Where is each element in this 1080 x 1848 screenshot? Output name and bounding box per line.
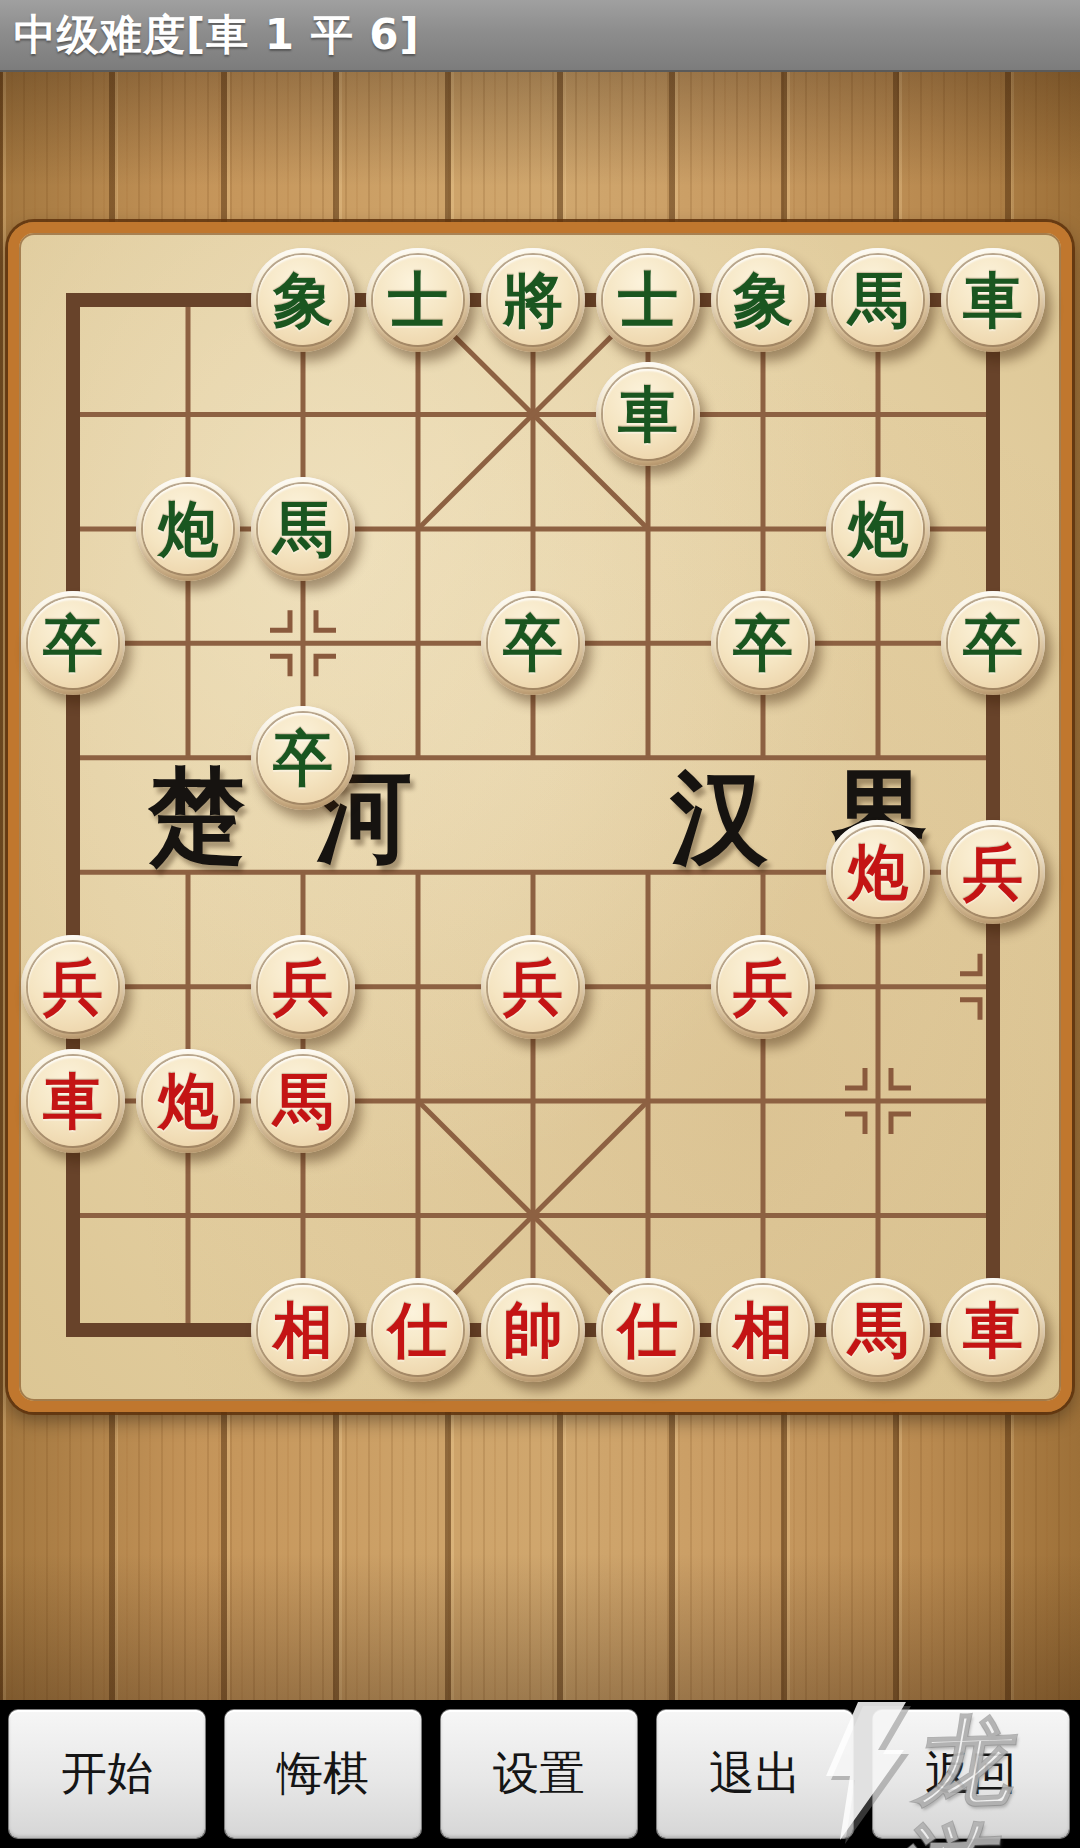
piece-red-馬[interactable]: 馬 bbox=[826, 1278, 930, 1382]
exit-button[interactable]: 退出 bbox=[657, 1710, 853, 1838]
piece-red-仕[interactable]: 仕 bbox=[596, 1278, 700, 1382]
piece-glyph: 馬 bbox=[848, 270, 908, 330]
piece-red-炮[interactable]: 炮 bbox=[826, 820, 930, 924]
piece-glyph: 象 bbox=[273, 270, 333, 330]
app-screen: 中级难度[車 1 平 6] bbox=[0, 0, 1080, 1848]
piece-black-象[interactable]: 象 bbox=[251, 248, 355, 352]
settings-button[interactable]: 设置 bbox=[441, 1710, 637, 1838]
piece-red-兵[interactable]: 兵 bbox=[711, 935, 815, 1039]
piece-red-車[interactable]: 車 bbox=[21, 1049, 125, 1153]
piece-glyph: 仕 bbox=[388, 1300, 448, 1360]
piece-glyph: 仕 bbox=[618, 1300, 678, 1360]
piece-glyph: 卒 bbox=[273, 728, 333, 788]
piece-glyph: 車 bbox=[43, 1071, 103, 1131]
piece-glyph: 卒 bbox=[733, 613, 793, 673]
piece-glyph: 士 bbox=[618, 270, 678, 330]
piece-black-馬[interactable]: 馬 bbox=[251, 477, 355, 581]
piece-glyph: 炮 bbox=[158, 1071, 218, 1131]
piece-glyph: 兵 bbox=[503, 957, 563, 1017]
piece-glyph: 相 bbox=[273, 1300, 333, 1360]
piece-black-卒[interactable]: 卒 bbox=[251, 706, 355, 810]
piece-black-炮[interactable]: 炮 bbox=[826, 477, 930, 581]
piece-glyph: 相 bbox=[733, 1300, 793, 1360]
piece-glyph: 將 bbox=[503, 270, 563, 330]
piece-red-炮[interactable]: 炮 bbox=[136, 1049, 240, 1153]
bottom-button-bar: 开始 悔棋 设置 退出 返回 bbox=[0, 1700, 1080, 1848]
piece-red-兵[interactable]: 兵 bbox=[21, 935, 125, 1039]
piece-black-炮[interactable]: 炮 bbox=[136, 477, 240, 581]
piece-glyph: 炮 bbox=[848, 842, 908, 902]
piece-glyph: 兵 bbox=[273, 957, 333, 1017]
piece-glyph: 象 bbox=[733, 270, 793, 330]
piece-red-兵[interactable]: 兵 bbox=[251, 935, 355, 1039]
piece-red-兵[interactable]: 兵 bbox=[941, 820, 1045, 924]
piece-glyph: 兵 bbox=[43, 957, 103, 1017]
piece-red-帥[interactable]: 帥 bbox=[481, 1278, 585, 1382]
piece-glyph: 兵 bbox=[733, 957, 793, 1017]
title-bar: 中级难度[車 1 平 6] bbox=[0, 0, 1080, 72]
piece-black-士[interactable]: 士 bbox=[596, 248, 700, 352]
undo-button[interactable]: 悔棋 bbox=[225, 1710, 421, 1838]
piece-glyph: 車 bbox=[963, 270, 1023, 330]
back-button[interactable]: 返回 bbox=[873, 1710, 1069, 1838]
piece-black-卒[interactable]: 卒 bbox=[21, 591, 125, 695]
piece-red-馬[interactable]: 馬 bbox=[251, 1049, 355, 1153]
piece-black-車[interactable]: 車 bbox=[941, 248, 1045, 352]
piece-glyph: 卒 bbox=[503, 613, 563, 673]
piece-glyph: 炮 bbox=[158, 499, 218, 559]
piece-red-相[interactable]: 相 bbox=[251, 1278, 355, 1382]
piece-glyph: 卒 bbox=[43, 613, 103, 673]
piece-layer: 象士將士象馬車車炮馬炮卒卒卒卒卒炮兵兵兵兵兵車炮馬相仕帥仕相馬車 bbox=[16, 243, 1051, 1387]
piece-glyph: 炮 bbox=[848, 499, 908, 559]
start-button[interactable]: 开始 bbox=[9, 1710, 205, 1838]
piece-black-卒[interactable]: 卒 bbox=[711, 591, 815, 695]
piece-red-相[interactable]: 相 bbox=[711, 1278, 815, 1382]
piece-glyph: 馬 bbox=[848, 1300, 908, 1360]
piece-glyph: 卒 bbox=[963, 613, 1023, 673]
piece-red-仕[interactable]: 仕 bbox=[366, 1278, 470, 1382]
piece-glyph: 馬 bbox=[273, 499, 333, 559]
title-text: 中级难度[車 1 平 6] bbox=[0, 7, 420, 63]
piece-black-馬[interactable]: 馬 bbox=[826, 248, 930, 352]
piece-glyph: 馬 bbox=[273, 1071, 333, 1131]
piece-black-卒[interactable]: 卒 bbox=[481, 591, 585, 695]
piece-black-車[interactable]: 車 bbox=[596, 362, 700, 466]
piece-glyph: 兵 bbox=[963, 842, 1023, 902]
piece-black-卒[interactable]: 卒 bbox=[941, 591, 1045, 695]
piece-black-士[interactable]: 士 bbox=[366, 248, 470, 352]
piece-glyph: 車 bbox=[618, 384, 678, 444]
piece-glyph: 士 bbox=[388, 270, 448, 330]
piece-black-將[interactable]: 將 bbox=[481, 248, 585, 352]
piece-red-兵[interactable]: 兵 bbox=[481, 935, 585, 1039]
piece-glyph: 帥 bbox=[503, 1300, 563, 1360]
piece-black-象[interactable]: 象 bbox=[711, 248, 815, 352]
piece-red-車[interactable]: 車 bbox=[941, 1278, 1045, 1382]
piece-glyph: 車 bbox=[963, 1300, 1023, 1360]
